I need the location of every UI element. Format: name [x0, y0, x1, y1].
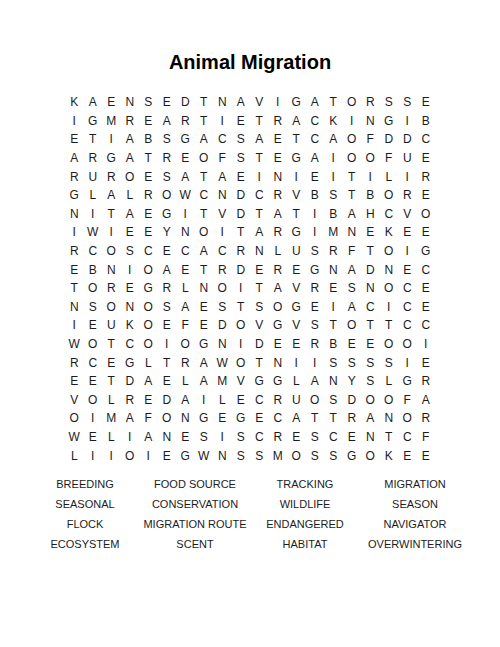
- grid-cell-r18c7[interactable]: N: [176, 409, 195, 428]
- grid-cell-r4c11[interactable]: T: [250, 149, 269, 168]
- grid-cell-r13c10[interactable]: O: [232, 316, 251, 335]
- grid-cell-r10c2[interactable]: B: [84, 260, 103, 279]
- grid-cell-r13c7[interactable]: F: [176, 316, 195, 335]
- grid-cell-r7c9[interactable]: V: [213, 205, 232, 224]
- grid-cell-r8c13[interactable]: G: [287, 223, 306, 242]
- grid-cell-r5c2[interactable]: U: [84, 167, 103, 186]
- grid-cell-r10c7[interactable]: E: [176, 260, 195, 279]
- grid-cell-r20c2[interactable]: I: [84, 446, 103, 465]
- grid-cell-r18c1[interactable]: O: [65, 409, 84, 428]
- grid-cell-r2c5[interactable]: E: [139, 112, 158, 131]
- grid-cell-r4c18[interactable]: F: [380, 149, 399, 168]
- grid-cell-r9c15[interactable]: R: [324, 242, 343, 261]
- grid-cell-r13c17[interactable]: T: [361, 316, 380, 335]
- grid-cell-r15c17[interactable]: S: [361, 353, 380, 372]
- grid-cell-r15c3[interactable]: E: [102, 353, 121, 372]
- grid-cell-r6c13[interactable]: V: [287, 186, 306, 205]
- grid-cell-r3c17[interactable]: F: [361, 130, 380, 149]
- grid-cell-r20c15[interactable]: S: [324, 446, 343, 465]
- grid-cell-r18c3[interactable]: M: [102, 409, 121, 428]
- grid-cell-r4c3[interactable]: G: [102, 149, 121, 168]
- grid-cell-r17c2[interactable]: O: [84, 391, 103, 410]
- grid-cell-r8c3[interactable]: I: [102, 223, 121, 242]
- grid-cell-r19c14[interactable]: S: [306, 428, 325, 447]
- grid-cell-r15c15[interactable]: S: [324, 353, 343, 372]
- grid-cell-r8c11[interactable]: A: [250, 223, 269, 242]
- grid-cell-r12c1[interactable]: N: [65, 298, 84, 317]
- grid-cell-r16c20[interactable]: R: [417, 372, 436, 391]
- grid-cell-r2c7[interactable]: R: [176, 112, 195, 131]
- grid-cell-r8c2[interactable]: W: [84, 223, 103, 242]
- grid-cell-r11c3[interactable]: R: [102, 279, 121, 298]
- grid-cell-r2c16[interactable]: I: [343, 112, 362, 131]
- grid-cell-r18c16[interactable]: R: [343, 409, 362, 428]
- grid-cell-r7c12[interactable]: A: [269, 205, 288, 224]
- grid-cell-r16c11[interactable]: G: [250, 372, 269, 391]
- grid-cell-r11c9[interactable]: O: [213, 279, 232, 298]
- grid-cell-r7c14[interactable]: I: [306, 205, 325, 224]
- grid-cell-r12c11[interactable]: S: [250, 298, 269, 317]
- grid-cell-r10c5[interactable]: O: [139, 260, 158, 279]
- grid-cell-r17c4[interactable]: R: [121, 391, 140, 410]
- grid-cell-r7c3[interactable]: T: [102, 205, 121, 224]
- grid-cell-r14c4[interactable]: C: [121, 335, 140, 354]
- grid-cell-r14c6[interactable]: I: [158, 335, 177, 354]
- grid-cell-r14c18[interactable]: O: [380, 335, 399, 354]
- grid-cell-r4c1[interactable]: A: [65, 149, 84, 168]
- grid-cell-r12c14[interactable]: E: [306, 298, 325, 317]
- grid-cell-r10c20[interactable]: C: [417, 260, 436, 279]
- grid-cell-r7c4[interactable]: A: [121, 205, 140, 224]
- grid-cell-r20c11[interactable]: S: [250, 446, 269, 465]
- grid-cell-r16c12[interactable]: G: [269, 372, 288, 391]
- grid-cell-r8c10[interactable]: T: [232, 223, 251, 242]
- grid-cell-r14c7[interactable]: O: [176, 335, 195, 354]
- grid-cell-r16c9[interactable]: M: [213, 372, 232, 391]
- grid-cell-r4c5[interactable]: T: [139, 149, 158, 168]
- grid-cell-r9c9[interactable]: C: [213, 242, 232, 261]
- grid-cell-r11c18[interactable]: O: [380, 279, 399, 298]
- grid-cell-r10c11[interactable]: E: [250, 260, 269, 279]
- grid-cell-r20c13[interactable]: O: [287, 446, 306, 465]
- grid-cell-r9c16[interactable]: F: [343, 242, 362, 261]
- grid-cell-r11c5[interactable]: G: [139, 279, 158, 298]
- grid-cell-r6c1[interactable]: G: [65, 186, 84, 205]
- grid-cell-r12c3[interactable]: O: [102, 298, 121, 317]
- grid-cell-r5c5[interactable]: E: [139, 167, 158, 186]
- grid-cell-r1c10[interactable]: A: [232, 93, 251, 112]
- grid-cell-r17c18[interactable]: O: [380, 391, 399, 410]
- grid-cell-r11c4[interactable]: E: [121, 279, 140, 298]
- grid-cell-r2c17[interactable]: N: [361, 112, 380, 131]
- grid-cell-r18c20[interactable]: R: [417, 409, 436, 428]
- grid-cell-r9c18[interactable]: O: [380, 242, 399, 261]
- grid-cell-r3c2[interactable]: T: [84, 130, 103, 149]
- grid-cell-r12c2[interactable]: S: [84, 298, 103, 317]
- grid-cell-r11c15[interactable]: E: [324, 279, 343, 298]
- grid-cell-r1c13[interactable]: G: [287, 93, 306, 112]
- grid-cell-r4c6[interactable]: R: [158, 149, 177, 168]
- grid-cell-r2c15[interactable]: K: [324, 112, 343, 131]
- grid-cell-r18c15[interactable]: T: [324, 409, 343, 428]
- grid-cell-r20c8[interactable]: W: [195, 446, 214, 465]
- grid-cell-r3c12[interactable]: E: [269, 130, 288, 149]
- grid-cell-r5c9[interactable]: A: [213, 167, 232, 186]
- grid-cell-r19c12[interactable]: R: [269, 428, 288, 447]
- grid-cell-r20c17[interactable]: O: [361, 446, 380, 465]
- grid-cell-r4c14[interactable]: A: [306, 149, 325, 168]
- grid-cell-r13c8[interactable]: E: [195, 316, 214, 335]
- grid-cell-r16c6[interactable]: E: [158, 372, 177, 391]
- grid-cell-r6c2[interactable]: L: [84, 186, 103, 205]
- grid-cell-r20c19[interactable]: E: [398, 446, 417, 465]
- grid-cell-r3c7[interactable]: G: [176, 130, 195, 149]
- grid-cell-r14c1[interactable]: W: [65, 335, 84, 354]
- grid-cell-r20c3[interactable]: I: [102, 446, 121, 465]
- grid-cell-r1c7[interactable]: D: [176, 93, 195, 112]
- grid-cell-r3c11[interactable]: A: [250, 130, 269, 149]
- grid-cell-r5c12[interactable]: N: [269, 167, 288, 186]
- grid-cell-r5c1[interactable]: R: [65, 167, 84, 186]
- grid-cell-r17c9[interactable]: L: [213, 391, 232, 410]
- grid-cell-r5c11[interactable]: I: [250, 167, 269, 186]
- grid-cell-r20c5[interactable]: I: [139, 446, 158, 465]
- grid-cell-r10c12[interactable]: R: [269, 260, 288, 279]
- grid-cell-r13c14[interactable]: S: [306, 316, 325, 335]
- grid-cell-r9c13[interactable]: U: [287, 242, 306, 261]
- grid-cell-r2c2[interactable]: G: [84, 112, 103, 131]
- grid-cell-r13c18[interactable]: T: [380, 316, 399, 335]
- grid-cell-r12c12[interactable]: O: [269, 298, 288, 317]
- grid-cell-r4c13[interactable]: G: [287, 149, 306, 168]
- grid-cell-r10c18[interactable]: N: [380, 260, 399, 279]
- grid-cell-r9c5[interactable]: C: [139, 242, 158, 261]
- grid-cell-r19c6[interactable]: N: [158, 428, 177, 447]
- grid-cell-r17c14[interactable]: O: [306, 391, 325, 410]
- grid-cell-r5c17[interactable]: I: [361, 167, 380, 186]
- grid-cell-r17c19[interactable]: F: [398, 391, 417, 410]
- grid-cell-r15c4[interactable]: G: [121, 353, 140, 372]
- grid-cell-r6c19[interactable]: R: [398, 186, 417, 205]
- grid-cell-r13c9[interactable]: D: [213, 316, 232, 335]
- grid-cell-r12c9[interactable]: S: [213, 298, 232, 317]
- grid-cell-r8c6[interactable]: Y: [158, 223, 177, 242]
- grid-cell-r19c2[interactable]: E: [84, 428, 103, 447]
- grid-cell-r17c20[interactable]: A: [417, 391, 436, 410]
- grid-cell-r17c5[interactable]: E: [139, 391, 158, 410]
- grid-cell-r3c14[interactable]: C: [306, 130, 325, 149]
- grid-cell-r17c12[interactable]: R: [269, 391, 288, 410]
- grid-cell-r12c6[interactable]: S: [158, 298, 177, 317]
- grid-cell-r9c11[interactable]: N: [250, 242, 269, 261]
- grid-cell-r17c1[interactable]: V: [65, 391, 84, 410]
- grid-cell-r14c12[interactable]: E: [269, 335, 288, 354]
- grid-cell-r6c12[interactable]: R: [269, 186, 288, 205]
- grid-cell-r17c11[interactable]: C: [250, 391, 269, 410]
- grid-cell-r15c5[interactable]: L: [139, 353, 158, 372]
- grid-cell-r11c20[interactable]: E: [417, 279, 436, 298]
- grid-cell-r1c14[interactable]: A: [306, 93, 325, 112]
- grid-cell-r4c10[interactable]: S: [232, 149, 251, 168]
- grid-cell-r19c5[interactable]: A: [139, 428, 158, 447]
- grid-cell-r18c10[interactable]: G: [232, 409, 251, 428]
- grid-cell-r13c13[interactable]: V: [287, 316, 306, 335]
- grid-cell-r14c3[interactable]: T: [102, 335, 121, 354]
- grid-cell-r8c9[interactable]: I: [213, 223, 232, 242]
- grid-cell-r8c4[interactable]: E: [121, 223, 140, 242]
- grid-cell-r18c14[interactable]: T: [306, 409, 325, 428]
- grid-cell-r14c17[interactable]: E: [361, 335, 380, 354]
- grid-cell-r14c20[interactable]: I: [417, 335, 436, 354]
- grid-cell-r5c10[interactable]: E: [232, 167, 251, 186]
- grid-cell-r17c17[interactable]: O: [361, 391, 380, 410]
- grid-cell-r14c10[interactable]: I: [232, 335, 251, 354]
- grid-cell-r3c3[interactable]: I: [102, 130, 121, 149]
- grid-cell-r19c10[interactable]: S: [232, 428, 251, 447]
- grid-cell-r20c10[interactable]: S: [232, 446, 251, 465]
- grid-cell-r6c20[interactable]: E: [417, 186, 436, 205]
- grid-cell-r5c14[interactable]: E: [306, 167, 325, 186]
- grid-cell-r12c4[interactable]: N: [121, 298, 140, 317]
- grid-cell-r9c20[interactable]: G: [417, 242, 436, 261]
- grid-cell-r16c18[interactable]: L: [380, 372, 399, 391]
- grid-cell-r13c3[interactable]: U: [102, 316, 121, 335]
- grid-cell-r14c13[interactable]: E: [287, 335, 306, 354]
- grid-cell-r14c9[interactable]: N: [213, 335, 232, 354]
- grid-cell-r7c20[interactable]: O: [417, 205, 436, 224]
- grid-cell-r16c15[interactable]: N: [324, 372, 343, 391]
- grid-cell-r7c2[interactable]: I: [84, 205, 103, 224]
- grid-cell-r4c4[interactable]: A: [121, 149, 140, 168]
- grid-cell-r6c3[interactable]: A: [102, 186, 121, 205]
- grid-cell-r19c19[interactable]: C: [398, 428, 417, 447]
- grid-cell-r18c6[interactable]: O: [158, 409, 177, 428]
- grid-cell-r12c18[interactable]: I: [380, 298, 399, 317]
- grid-cell-r3c6[interactable]: S: [158, 130, 177, 149]
- grid-cell-r2c10[interactable]: E: [232, 112, 251, 131]
- grid-cell-r17c15[interactable]: S: [324, 391, 343, 410]
- grid-cell-r9c4[interactable]: S: [121, 242, 140, 261]
- grid-cell-r10c8[interactable]: T: [195, 260, 214, 279]
- grid-cell-r11c1[interactable]: T: [65, 279, 84, 298]
- grid-cell-r9c7[interactable]: C: [176, 242, 195, 261]
- grid-cell-r19c13[interactable]: E: [287, 428, 306, 447]
- grid-cell-r1c18[interactable]: S: [380, 93, 399, 112]
- grid-cell-r8c17[interactable]: E: [361, 223, 380, 242]
- grid-cell-r20c16[interactable]: G: [343, 446, 362, 465]
- grid-cell-r7c10[interactable]: D: [232, 205, 251, 224]
- grid-cell-r2c20[interactable]: B: [417, 112, 436, 131]
- grid-cell-r7c8[interactable]: T: [195, 205, 214, 224]
- grid-cell-r19c1[interactable]: W: [65, 428, 84, 447]
- grid-cell-r1c9[interactable]: N: [213, 93, 232, 112]
- grid-cell-r19c3[interactable]: L: [102, 428, 121, 447]
- grid-cell-r15c18[interactable]: S: [380, 353, 399, 372]
- grid-cell-r20c4[interactable]: O: [121, 446, 140, 465]
- grid-cell-r5c7[interactable]: A: [176, 167, 195, 186]
- grid-cell-r18c12[interactable]: C: [269, 409, 288, 428]
- grid-cell-r19c4[interactable]: I: [121, 428, 140, 447]
- grid-cell-r16c5[interactable]: A: [139, 372, 158, 391]
- grid-cell-r9c19[interactable]: I: [398, 242, 417, 261]
- grid-cell-r6c4[interactable]: L: [121, 186, 140, 205]
- grid-cell-r8c7[interactable]: N: [176, 223, 195, 242]
- grid-cell-r6c9[interactable]: N: [213, 186, 232, 205]
- grid-cell-r13c19[interactable]: C: [398, 316, 417, 335]
- grid-cell-r16c8[interactable]: A: [195, 372, 214, 391]
- grid-cell-r10c9[interactable]: R: [213, 260, 232, 279]
- grid-cell-r7c6[interactable]: G: [158, 205, 177, 224]
- grid-cell-r13c4[interactable]: K: [121, 316, 140, 335]
- grid-cell-r17c7[interactable]: A: [176, 391, 195, 410]
- grid-cell-r2c8[interactable]: T: [195, 112, 214, 131]
- grid-cell-r3c18[interactable]: D: [380, 130, 399, 149]
- grid-cell-r11c2[interactable]: O: [84, 279, 103, 298]
- grid-cell-r15c14[interactable]: I: [306, 353, 325, 372]
- grid-cell-r2c19[interactable]: I: [398, 112, 417, 131]
- grid-cell-r8c20[interactable]: E: [417, 223, 436, 242]
- grid-cell-r18c13[interactable]: A: [287, 409, 306, 428]
- grid-cell-r16c2[interactable]: E: [84, 372, 103, 391]
- grid-cell-r19c16[interactable]: E: [343, 428, 362, 447]
- grid-cell-r18c17[interactable]: A: [361, 409, 380, 428]
- grid-cell-r1c16[interactable]: O: [343, 93, 362, 112]
- grid-cell-r18c18[interactable]: N: [380, 409, 399, 428]
- grid-cell-r10c13[interactable]: E: [287, 260, 306, 279]
- grid-cell-r13c6[interactable]: E: [158, 316, 177, 335]
- grid-cell-r12c19[interactable]: C: [398, 298, 417, 317]
- grid-cell-r8c15[interactable]: M: [324, 223, 343, 242]
- grid-cell-r1c19[interactable]: S: [398, 93, 417, 112]
- grid-cell-r15c9[interactable]: W: [213, 353, 232, 372]
- grid-cell-r5c6[interactable]: S: [158, 167, 177, 186]
- grid-cell-r16c19[interactable]: G: [398, 372, 417, 391]
- grid-cell-r19c18[interactable]: T: [380, 428, 399, 447]
- grid-cell-r15c20[interactable]: E: [417, 353, 436, 372]
- grid-cell-r12c16[interactable]: A: [343, 298, 362, 317]
- grid-cell-r1c15[interactable]: T: [324, 93, 343, 112]
- grid-cell-r19c17[interactable]: N: [361, 428, 380, 447]
- grid-cell-r15c7[interactable]: R: [176, 353, 195, 372]
- grid-cell-r10c1[interactable]: E: [65, 260, 84, 279]
- grid-cell-r7c15[interactable]: B: [324, 205, 343, 224]
- grid-cell-r18c9[interactable]: E: [213, 409, 232, 428]
- grid-cell-r11c11[interactable]: T: [250, 279, 269, 298]
- grid-cell-r16c14[interactable]: A: [306, 372, 325, 391]
- grid-cell-r17c13[interactable]: U: [287, 391, 306, 410]
- grid-cell-r10c14[interactable]: G: [306, 260, 325, 279]
- grid-cell-r20c18[interactable]: K: [380, 446, 399, 465]
- grid-cell-r1c3[interactable]: E: [102, 93, 121, 112]
- grid-cell-r17c8[interactable]: I: [195, 391, 214, 410]
- grid-cell-r7c11[interactable]: T: [250, 205, 269, 224]
- grid-cell-r1c11[interactable]: V: [250, 93, 269, 112]
- grid-cell-r6c16[interactable]: T: [343, 186, 362, 205]
- grid-cell-r7c19[interactable]: V: [398, 205, 417, 224]
- grid-cell-r13c11[interactable]: V: [250, 316, 269, 335]
- grid-cell-r2c12[interactable]: R: [269, 112, 288, 131]
- grid-cell-r16c7[interactable]: L: [176, 372, 195, 391]
- grid-cell-r3c16[interactable]: O: [343, 130, 362, 149]
- grid-cell-r11c6[interactable]: R: [158, 279, 177, 298]
- grid-cell-r20c7[interactable]: G: [176, 446, 195, 465]
- grid-cell-r13c15[interactable]: T: [324, 316, 343, 335]
- grid-cell-r3c8[interactable]: A: [195, 130, 214, 149]
- grid-cell-r20c6[interactable]: E: [158, 446, 177, 465]
- grid-cell-r14c8[interactable]: G: [195, 335, 214, 354]
- grid-cell-r8c18[interactable]: K: [380, 223, 399, 242]
- grid-cell-r5c20[interactable]: R: [417, 167, 436, 186]
- grid-cell-r1c1[interactable]: K: [65, 93, 84, 112]
- grid-cell-r6c6[interactable]: O: [158, 186, 177, 205]
- grid-cell-r7c17[interactable]: H: [361, 205, 380, 224]
- grid-cell-r3c5[interactable]: B: [139, 130, 158, 149]
- grid-cell-r18c2[interactable]: I: [84, 409, 103, 428]
- grid-cell-r13c1[interactable]: I: [65, 316, 84, 335]
- grid-cell-r2c11[interactable]: T: [250, 112, 269, 131]
- grid-cell-r4c12[interactable]: E: [269, 149, 288, 168]
- grid-cell-r20c9[interactable]: N: [213, 446, 232, 465]
- grid-cell-r7c16[interactable]: A: [343, 205, 362, 224]
- grid-cell-r11c17[interactable]: N: [361, 279, 380, 298]
- grid-cell-r17c6[interactable]: D: [158, 391, 177, 410]
- grid-cell-r3c15[interactable]: A: [324, 130, 343, 149]
- grid-cell-r1c6[interactable]: E: [158, 93, 177, 112]
- grid-cell-r15c6[interactable]: T: [158, 353, 177, 372]
- grid-cell-r5c13[interactable]: I: [287, 167, 306, 186]
- grid-cell-r15c13[interactable]: I: [287, 353, 306, 372]
- grid-cell-r4c19[interactable]: U: [398, 149, 417, 168]
- grid-cell-r10c19[interactable]: E: [398, 260, 417, 279]
- grid-cell-r12c13[interactable]: G: [287, 298, 306, 317]
- grid-cell-r16c1[interactable]: E: [65, 372, 84, 391]
- grid-cell-r17c3[interactable]: L: [102, 391, 121, 410]
- grid-cell-r18c5[interactable]: F: [139, 409, 158, 428]
- grid-cell-r12c7[interactable]: A: [176, 298, 195, 317]
- grid-cell-r19c8[interactable]: S: [195, 428, 214, 447]
- grid-cell-r6c10[interactable]: D: [232, 186, 251, 205]
- grid-cell-r12c20[interactable]: E: [417, 298, 436, 317]
- grid-cell-r8c16[interactable]: N: [343, 223, 362, 242]
- grid-cell-r9c10[interactable]: R: [232, 242, 251, 261]
- grid-cell-r15c11[interactable]: T: [250, 353, 269, 372]
- grid-cell-r15c8[interactable]: A: [195, 353, 214, 372]
- grid-cell-r8c5[interactable]: E: [139, 223, 158, 242]
- grid-cell-r8c8[interactable]: O: [195, 223, 214, 242]
- grid-cell-r4c15[interactable]: I: [324, 149, 343, 168]
- grid-cell-r7c7[interactable]: I: [176, 205, 195, 224]
- grid-cell-r4c8[interactable]: O: [195, 149, 214, 168]
- grid-cell-r9c14[interactable]: S: [306, 242, 325, 261]
- grid-cell-r9c2[interactable]: C: [84, 242, 103, 261]
- grid-cell-r13c5[interactable]: O: [139, 316, 158, 335]
- grid-cell-r7c18[interactable]: C: [380, 205, 399, 224]
- grid-cell-r18c11[interactable]: E: [250, 409, 269, 428]
- grid-cell-r8c14[interactable]: I: [306, 223, 325, 242]
- grid-cell-r20c12[interactable]: M: [269, 446, 288, 465]
- grid-cell-r16c10[interactable]: V: [232, 372, 251, 391]
- grid-cell-r16c16[interactable]: Y: [343, 372, 362, 391]
- grid-cell-r2c4[interactable]: R: [121, 112, 140, 131]
- grid-cell-r15c19[interactable]: I: [398, 353, 417, 372]
- grid-cell-r12c17[interactable]: C: [361, 298, 380, 317]
- grid-cell-r6c14[interactable]: B: [306, 186, 325, 205]
- grid-cell-r5c18[interactable]: L: [380, 167, 399, 186]
- grid-cell-r2c13[interactable]: A: [287, 112, 306, 131]
- grid-cell-r7c5[interactable]: E: [139, 205, 158, 224]
- grid-cell-r8c19[interactable]: E: [398, 223, 417, 242]
- grid-cell-r15c1[interactable]: R: [65, 353, 84, 372]
